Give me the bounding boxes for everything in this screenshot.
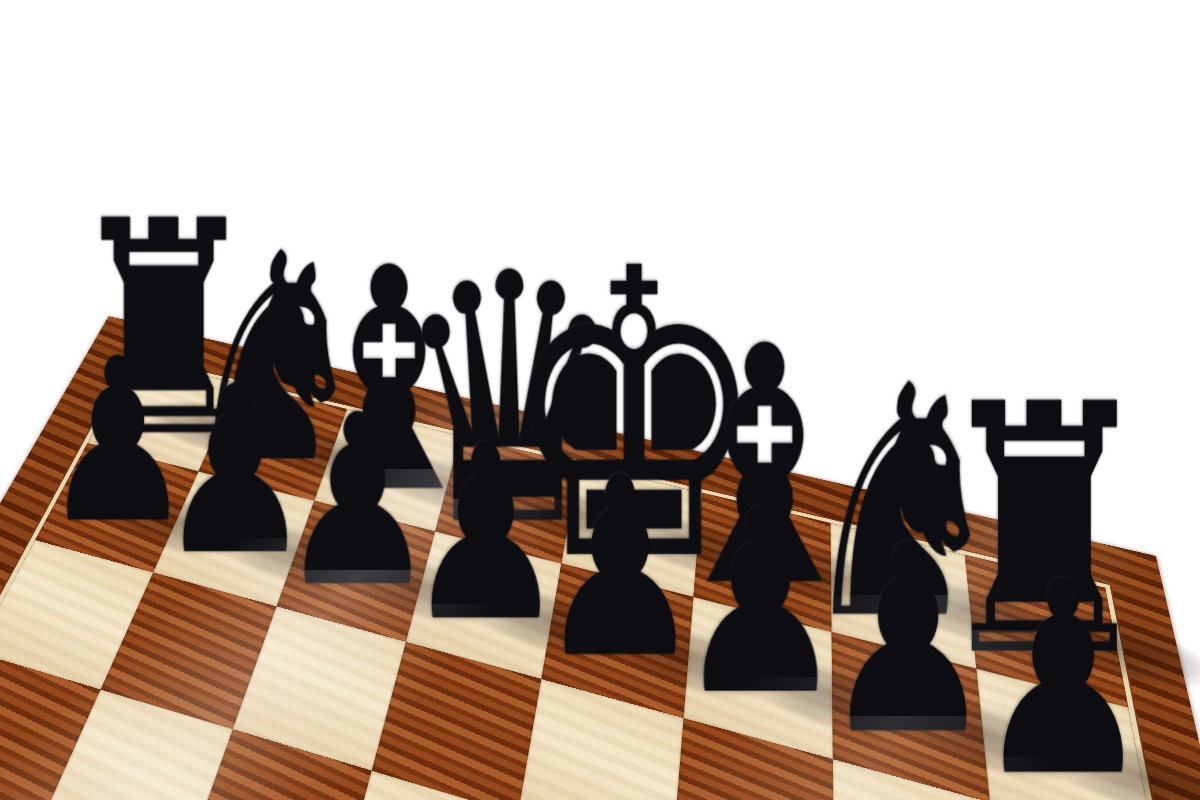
chess-board: ♜♞♝♛♚♝♞♜♟♟♟♟♟♟♟♟ [0, 316, 1200, 800]
scene: ♜♞♝♛♚♝♞♜♟♟♟♟♟♟♟♟ [0, 0, 1200, 800]
board-playing-area: ♜♞♝♛♚♝♞♜♟♟♟♟♟♟♟♟ [0, 359, 1200, 800]
